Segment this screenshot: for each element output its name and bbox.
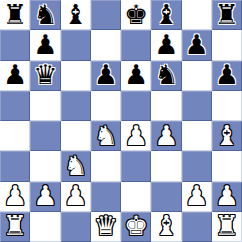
- square-g4[interactable]: [182, 121, 212, 151]
- black-pawn-piece[interactable]: ♟: [215, 61, 239, 88]
- square-b6[interactable]: ♛: [30, 61, 60, 91]
- square-g1[interactable]: [182, 212, 212, 242]
- square-g6[interactable]: [182, 61, 212, 91]
- square-c8[interactable]: ♝: [61, 0, 91, 30]
- square-b3[interactable]: [30, 151, 60, 181]
- square-d4[interactable]: ♞: [91, 121, 121, 151]
- white-rook-piece[interactable]: ♜: [215, 212, 239, 239]
- square-e6[interactable]: ♟: [121, 61, 151, 91]
- square-d1[interactable]: ♛: [91, 212, 121, 242]
- black-pawn-piece[interactable]: ♟: [94, 61, 118, 88]
- black-pawn-piece[interactable]: ♟: [185, 31, 209, 58]
- square-b4[interactable]: [30, 121, 60, 151]
- black-queen-piece[interactable]: ♛: [33, 61, 57, 88]
- black-rook-piece[interactable]: ♜: [3, 1, 27, 28]
- white-pawn-piece[interactable]: ♟: [154, 122, 178, 149]
- white-king-piece[interactable]: ♚: [124, 212, 148, 239]
- square-g7[interactable]: ♟: [182, 30, 212, 60]
- black-bishop-piece[interactable]: ♝: [154, 1, 178, 28]
- square-e2[interactable]: [121, 182, 151, 212]
- square-c7[interactable]: [61, 30, 91, 60]
- square-f1[interactable]: ♝: [151, 212, 181, 242]
- square-g3[interactable]: [182, 151, 212, 181]
- white-rook-piece[interactable]: ♜: [3, 212, 27, 239]
- white-pawn-piece[interactable]: ♟: [185, 182, 209, 209]
- white-pawn-piece[interactable]: ♟: [3, 182, 27, 209]
- black-pawn-piece[interactable]: ♟: [154, 31, 178, 58]
- square-f5[interactable]: [151, 91, 181, 121]
- black-bishop-piece[interactable]: ♝: [64, 1, 88, 28]
- black-knight-piece[interactable]: ♞: [154, 61, 178, 88]
- white-bishop-piece[interactable]: ♝: [215, 122, 239, 149]
- square-g8[interactable]: [182, 0, 212, 30]
- square-a3[interactable]: [0, 151, 30, 181]
- square-b1[interactable]: [30, 212, 60, 242]
- white-queen-piece[interactable]: ♛: [94, 212, 118, 239]
- square-f6[interactable]: ♞: [151, 61, 181, 91]
- square-f8[interactable]: ♝: [151, 0, 181, 30]
- square-b2[interactable]: ♟: [30, 182, 60, 212]
- chess-board: ♜♞♝♚♝♜♟♟♟♟♛♟♟♞♟♞♟♟♝♞♟♟♟♟♟♜♛♚♝♜: [0, 0, 242, 242]
- white-knight-piece[interactable]: ♞: [64, 152, 88, 179]
- square-h1[interactable]: ♜: [212, 212, 242, 242]
- square-a5[interactable]: [0, 91, 30, 121]
- white-pawn-piece[interactable]: ♟: [33, 182, 57, 209]
- square-a7[interactable]: [0, 30, 30, 60]
- square-h2[interactable]: ♟: [212, 182, 242, 212]
- square-d6[interactable]: ♟: [91, 61, 121, 91]
- square-b8[interactable]: ♞: [30, 0, 60, 30]
- square-d5[interactable]: [91, 91, 121, 121]
- square-f2[interactable]: [151, 182, 181, 212]
- square-a8[interactable]: ♜: [0, 0, 30, 30]
- square-e3[interactable]: [121, 151, 151, 181]
- square-e8[interactable]: ♚: [121, 0, 151, 30]
- square-h5[interactable]: [212, 91, 242, 121]
- square-g5[interactable]: [182, 91, 212, 121]
- square-f7[interactable]: ♟: [151, 30, 181, 60]
- square-h6[interactable]: ♟: [212, 61, 242, 91]
- square-e5[interactable]: [121, 91, 151, 121]
- square-c3[interactable]: ♞: [61, 151, 91, 181]
- square-c4[interactable]: [61, 121, 91, 151]
- square-e1[interactable]: ♚: [121, 212, 151, 242]
- square-d7[interactable]: [91, 30, 121, 60]
- square-f4[interactable]: ♟: [151, 121, 181, 151]
- square-h8[interactable]: ♜: [212, 0, 242, 30]
- square-h3[interactable]: [212, 151, 242, 181]
- square-e4[interactable]: ♟: [121, 121, 151, 151]
- square-a2[interactable]: ♟: [0, 182, 30, 212]
- square-d8[interactable]: [91, 0, 121, 30]
- square-c6[interactable]: [61, 61, 91, 91]
- black-pawn-piece[interactable]: ♟: [124, 61, 148, 88]
- square-e7[interactable]: [121, 30, 151, 60]
- black-king-piece[interactable]: ♚: [124, 1, 148, 28]
- square-d3[interactable]: [91, 151, 121, 181]
- square-a4[interactable]: [0, 121, 30, 151]
- black-pawn-piece[interactable]: ♟: [3, 61, 27, 88]
- black-knight-piece[interactable]: ♞: [33, 1, 57, 28]
- white-pawn-piece[interactable]: ♟: [124, 122, 148, 149]
- square-b5[interactable]: [30, 91, 60, 121]
- white-knight-piece[interactable]: ♞: [94, 122, 118, 149]
- square-h7[interactable]: [212, 30, 242, 60]
- white-pawn-piece[interactable]: ♟: [215, 182, 239, 209]
- square-b7[interactable]: ♟: [30, 30, 60, 60]
- square-d2[interactable]: [91, 182, 121, 212]
- black-rook-piece[interactable]: ♜: [215, 1, 239, 28]
- square-c5[interactable]: [61, 91, 91, 121]
- square-h4[interactable]: ♝: [212, 121, 242, 151]
- white-pawn-piece[interactable]: ♟: [64, 182, 88, 209]
- square-a6[interactable]: ♟: [0, 61, 30, 91]
- square-c2[interactable]: ♟: [61, 182, 91, 212]
- square-a1[interactable]: ♜: [0, 212, 30, 242]
- black-pawn-piece[interactable]: ♟: [33, 31, 57, 58]
- square-f3[interactable]: [151, 151, 181, 181]
- white-bishop-piece[interactable]: ♝: [154, 212, 178, 239]
- square-c1[interactable]: [61, 212, 91, 242]
- square-g2[interactable]: ♟: [182, 182, 212, 212]
